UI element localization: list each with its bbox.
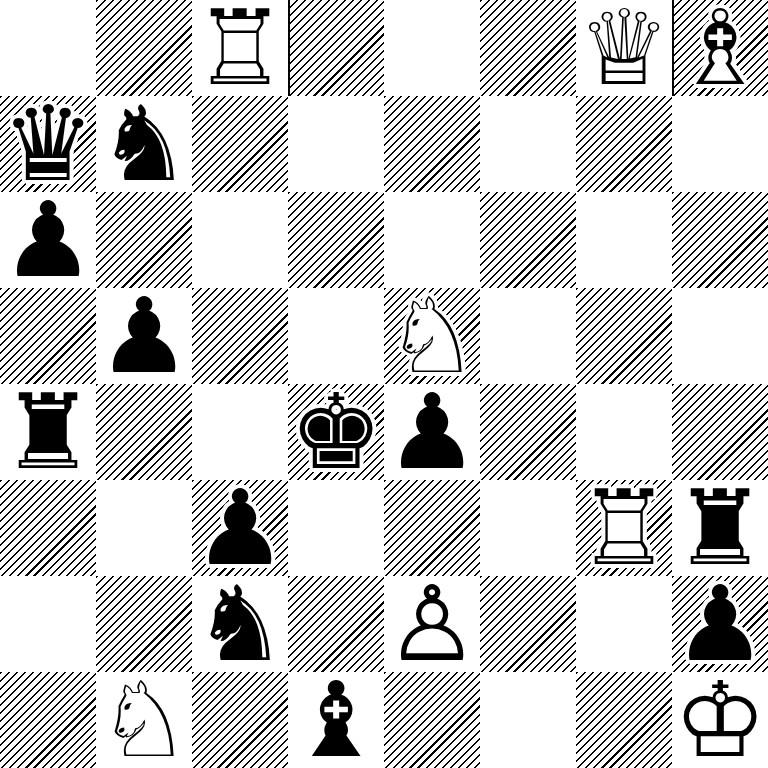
square-e1[interactable] — [384, 672, 480, 768]
square-b3[interactable] — [96, 480, 192, 576]
square-e8[interactable] — [384, 0, 480, 96]
square-h5[interactable] — [672, 288, 768, 384]
square-a8[interactable] — [0, 0, 96, 96]
square-f5[interactable] — [480, 288, 576, 384]
square-e2[interactable]: ♟♙ — [384, 576, 480, 672]
piece-black-pawn[interactable]: ♟♟ — [673, 576, 766, 672]
square-h3[interactable]: ♜♜ — [672, 480, 768, 576]
square-f1[interactable] — [480, 672, 576, 768]
square-f6[interactable] — [480, 192, 576, 288]
square-h7[interactable] — [672, 96, 768, 192]
white-pawn-glyph: ♙ — [385, 576, 478, 672]
black-knight-glyph: ♞ — [97, 96, 190, 192]
white-bishop-glyph: ♗ — [673, 0, 766, 96]
square-c2[interactable]: ♞♞ — [192, 576, 288, 672]
chess-board: ♜♖♛♕♝♗♛♛♞♞♟♟♟♟♞♘♜♜♚♚♟♟♟♟♜♖♜♜♞♞♟♙♟♟♞♘♝♝♚♔ — [0, 0, 768, 768]
square-g3[interactable]: ♜♖ — [576, 480, 672, 576]
square-c4[interactable] — [192, 384, 288, 480]
square-h4[interactable] — [672, 384, 768, 480]
white-knight-glyph: ♘ — [385, 288, 478, 384]
piece-black-king[interactable]: ♚♚ — [289, 384, 382, 480]
square-g6[interactable] — [576, 192, 672, 288]
square-g1[interactable] — [576, 672, 672, 768]
square-a4[interactable]: ♜♜ — [0, 384, 96, 480]
piece-white-knight[interactable]: ♞♘ — [385, 288, 478, 384]
square-f8[interactable] — [480, 0, 576, 96]
square-g5[interactable] — [576, 288, 672, 384]
piece-black-knight[interactable]: ♞♞ — [97, 96, 190, 192]
piece-black-pawn[interactable]: ♟♟ — [1, 192, 94, 288]
square-h2[interactable]: ♟♟ — [672, 576, 768, 672]
square-c7[interactable] — [192, 96, 288, 192]
piece-white-queen[interactable]: ♛♕ — [577, 0, 670, 96]
black-pawn-glyph: ♟ — [673, 576, 766, 672]
square-b6[interactable] — [96, 192, 192, 288]
square-f2[interactable] — [480, 576, 576, 672]
square-d8[interactable] — [288, 0, 384, 96]
black-pawn-glyph: ♟ — [97, 288, 190, 384]
square-a7[interactable]: ♛♛ — [0, 96, 96, 192]
black-queen-glyph: ♛ — [1, 96, 94, 192]
piece-white-king[interactable]: ♚♔ — [673, 672, 766, 768]
piece-black-rook[interactable]: ♜♜ — [673, 480, 766, 576]
square-b7[interactable]: ♞♞ — [96, 96, 192, 192]
black-rook-glyph: ♜ — [673, 480, 766, 576]
black-pawn-glyph: ♟ — [385, 384, 478, 480]
piece-white-knight[interactable]: ♞♘ — [97, 672, 190, 768]
white-queen-glyph: ♕ — [577, 0, 670, 96]
piece-black-pawn[interactable]: ♟♟ — [97, 288, 190, 384]
square-b4[interactable] — [96, 384, 192, 480]
square-a1[interactable] — [0, 672, 96, 768]
square-c3[interactable]: ♟♟ — [192, 480, 288, 576]
square-e6[interactable] — [384, 192, 480, 288]
square-c8[interactable]: ♜♖ — [192, 0, 288, 96]
square-a3[interactable] — [0, 480, 96, 576]
square-d7[interactable] — [288, 96, 384, 192]
square-c6[interactable] — [192, 192, 288, 288]
square-d5[interactable] — [288, 288, 384, 384]
piece-white-rook[interactable]: ♜♖ — [193, 0, 286, 96]
piece-black-bishop[interactable]: ♝♝ — [289, 672, 382, 768]
square-g2[interactable] — [576, 576, 672, 672]
square-e5[interactable]: ♞♘ — [384, 288, 480, 384]
square-d6[interactable] — [288, 192, 384, 288]
square-g8[interactable]: ♛♕ — [576, 0, 672, 96]
square-f3[interactable] — [480, 480, 576, 576]
white-rook-glyph: ♖ — [193, 0, 286, 96]
square-a6[interactable]: ♟♟ — [0, 192, 96, 288]
square-h6[interactable] — [672, 192, 768, 288]
square-h8[interactable]: ♝♗ — [672, 0, 768, 96]
square-b5[interactable]: ♟♟ — [96, 288, 192, 384]
square-b8[interactable] — [96, 0, 192, 96]
piece-white-bishop[interactable]: ♝♗ — [673, 0, 766, 96]
square-d3[interactable] — [288, 480, 384, 576]
black-king-glyph: ♚ — [289, 384, 382, 480]
black-pawn-glyph: ♟ — [1, 192, 94, 288]
square-h1[interactable]: ♚♔ — [672, 672, 768, 768]
square-e4[interactable]: ♟♟ — [384, 384, 480, 480]
square-e7[interactable] — [384, 96, 480, 192]
piece-white-pawn[interactable]: ♟♙ — [385, 576, 478, 672]
piece-black-rook[interactable]: ♜♜ — [1, 384, 94, 480]
square-d2[interactable] — [288, 576, 384, 672]
square-b1[interactable]: ♞♘ — [96, 672, 192, 768]
white-knight-glyph: ♘ — [97, 672, 190, 768]
square-a2[interactable] — [0, 576, 96, 672]
square-c1[interactable] — [192, 672, 288, 768]
square-f4[interactable] — [480, 384, 576, 480]
black-rook-glyph: ♜ — [1, 384, 94, 480]
square-c5[interactable] — [192, 288, 288, 384]
black-pawn-glyph: ♟ — [193, 480, 286, 576]
square-d4[interactable]: ♚♚ — [288, 384, 384, 480]
piece-white-rook[interactable]: ♜♖ — [577, 480, 670, 576]
square-b2[interactable] — [96, 576, 192, 672]
white-king-glyph: ♔ — [673, 672, 766, 768]
piece-black-pawn[interactable]: ♟♟ — [193, 480, 286, 576]
black-knight-glyph: ♞ — [193, 576, 286, 672]
white-rook-glyph: ♖ — [577, 480, 670, 576]
piece-black-pawn[interactable]: ♟♟ — [385, 384, 478, 480]
piece-black-queen[interactable]: ♛♛ — [1, 96, 94, 192]
square-a5[interactable] — [0, 288, 96, 384]
square-f7[interactable] — [480, 96, 576, 192]
piece-black-knight[interactable]: ♞♞ — [193, 576, 286, 672]
black-bishop-glyph: ♝ — [289, 672, 382, 768]
square-g4[interactable] — [576, 384, 672, 480]
square-d1[interactable]: ♝♝ — [288, 672, 384, 768]
square-g7[interactable] — [576, 96, 672, 192]
square-e3[interactable] — [384, 480, 480, 576]
